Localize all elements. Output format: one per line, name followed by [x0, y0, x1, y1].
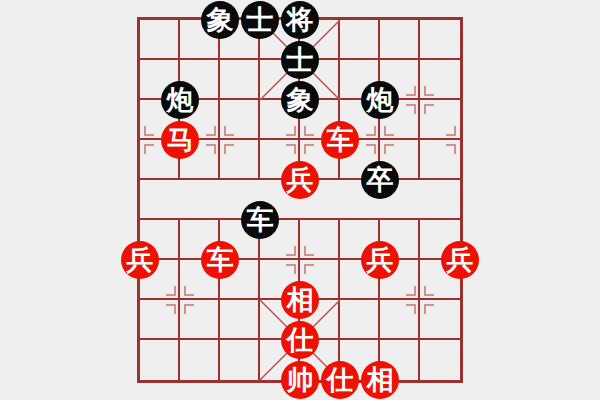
pieces-layer: 象士将士炮象炮卒车马车兵兵车兵兵相仕帅仕相	[0, 0, 600, 400]
piece-black-advisor[interactable]: 士	[241, 1, 279, 39]
xiangqi-board-screen: 象士将士炮象炮卒车马车兵兵车兵兵相仕帅仕相	[0, 0, 600, 400]
piece-black-general[interactable]: 将	[281, 1, 319, 39]
piece-red-soldier[interactable]: 兵	[121, 241, 159, 279]
piece-black-chariot[interactable]: 车	[241, 201, 279, 239]
piece-black-elephant[interactable]: 象	[281, 81, 319, 119]
piece-red-elephant[interactable]: 相	[361, 361, 399, 399]
piece-black-elephant[interactable]: 象	[201, 1, 239, 39]
piece-red-soldier[interactable]: 兵	[281, 161, 319, 199]
piece-red-advisor[interactable]: 仕	[281, 321, 319, 359]
piece-red-general[interactable]: 帅	[281, 361, 319, 399]
piece-red-soldier[interactable]: 兵	[361, 241, 399, 279]
piece-red-elephant[interactable]: 相	[281, 281, 319, 319]
piece-black-soldier[interactable]: 卒	[361, 161, 399, 199]
piece-black-cannon[interactable]: 炮	[361, 81, 399, 119]
piece-black-advisor[interactable]: 士	[281, 41, 319, 79]
piece-red-horse[interactable]: 马	[161, 121, 199, 159]
piece-black-cannon[interactable]: 炮	[161, 81, 199, 119]
piece-red-chariot[interactable]: 车	[201, 241, 239, 279]
piece-red-advisor[interactable]: 仕	[321, 361, 359, 399]
piece-red-soldier[interactable]: 兵	[441, 241, 479, 279]
piece-red-chariot[interactable]: 车	[321, 121, 359, 159]
